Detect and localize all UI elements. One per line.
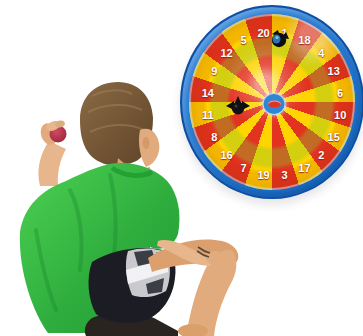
segment-number-11: 11: [202, 110, 214, 121]
segment-number-13: 13: [328, 66, 340, 77]
dartboard-center-logo: [263, 93, 286, 115]
scene: 2011841361015217319716811149125: [0, 0, 363, 336]
ball-dart-segment-11: [225, 96, 251, 116]
segment-number-12: 12: [220, 48, 232, 59]
segment-number-16: 16: [220, 149, 232, 160]
logo-oval: [268, 101, 281, 108]
boy-raised-arm: [38, 141, 66, 186]
segment-number-4: 4: [318, 48, 324, 59]
boy-ear: [143, 137, 150, 149]
segment-number-17: 17: [298, 163, 310, 174]
segment-number-9: 9: [211, 66, 217, 77]
segment-number-19: 19: [257, 170, 269, 181]
segment-number-7: 7: [241, 163, 247, 174]
segment-number-10: 10: [334, 110, 346, 121]
segment-number-2: 2: [318, 149, 324, 160]
segment-number-8: 8: [211, 131, 217, 142]
segment-number-6: 6: [337, 87, 343, 98]
segment-number-3: 3: [281, 170, 287, 181]
segment-number-18: 18: [298, 34, 310, 45]
boy-cheek: [139, 129, 159, 167]
segment-number-14: 14: [202, 87, 214, 98]
segment-number-5: 5: [241, 34, 247, 45]
dartboard: 2011841361015217319716811149125: [180, 5, 363, 199]
segment-number-15: 15: [328, 131, 340, 142]
ball-dart-segment-1: [268, 28, 290, 49]
